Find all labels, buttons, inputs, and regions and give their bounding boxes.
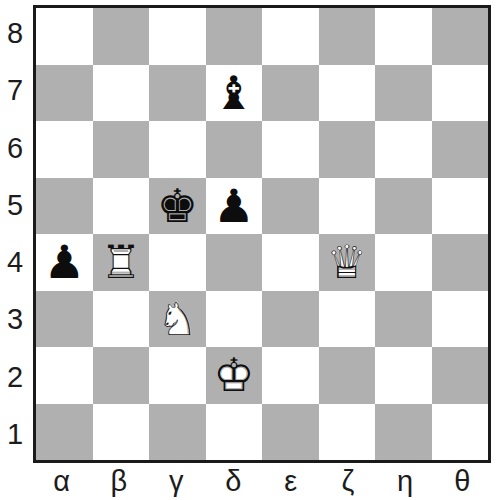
file-label-h: θ [434,463,491,498]
square-a5[interactable] [36,178,93,235]
square-a6[interactable] [36,121,93,178]
square-a7[interactable] [36,65,93,122]
square-b3[interactable] [93,291,150,348]
square-h5[interactable] [432,178,489,235]
square-f1[interactable] [319,404,376,461]
square-h2[interactable] [432,347,489,404]
chess-board: ♝♚♟♟♜♖♛♕♞♘♚♔ [33,5,491,463]
square-e1[interactable] [262,404,319,461]
square-f8[interactable] [319,8,376,65]
rank-labels: 87654321 [0,5,30,463]
square-d1[interactable] [206,404,263,461]
square-f4[interactable]: ♛♕ [319,234,376,291]
square-g3[interactable] [375,291,432,348]
square-b6[interactable] [93,121,150,178]
square-g4[interactable] [375,234,432,291]
square-e4[interactable] [262,234,319,291]
square-e5[interactable] [262,178,319,235]
piece-glyph: ♟ [208,180,260,232]
piece-glyph: ♟ [38,236,90,288]
square-e6[interactable] [262,121,319,178]
rank-label-2: 2 [0,349,30,406]
piece-black-pawn[interactable]: ♟ [38,236,90,288]
square-c2[interactable] [149,347,206,404]
piece-white-rook[interactable]: ♜♖ [95,236,147,288]
rank-label-1: 1 [0,406,30,463]
piece-white-queen[interactable]: ♛♕ [321,236,373,288]
rank-label-8: 8 [0,5,30,62]
piece-glyph: ♔ [208,349,260,401]
square-e2[interactable] [262,347,319,404]
square-a4[interactable]: ♟ [36,234,93,291]
square-b4[interactable]: ♜♖ [93,234,150,291]
square-b1[interactable] [93,404,150,461]
rank-label-3: 3 [0,291,30,348]
square-c7[interactable] [149,65,206,122]
square-f5[interactable] [319,178,376,235]
square-h1[interactable] [432,404,489,461]
square-f6[interactable] [319,121,376,178]
square-h3[interactable] [432,291,489,348]
square-e7[interactable] [262,65,319,122]
square-c8[interactable] [149,8,206,65]
square-h8[interactable] [432,8,489,65]
square-g8[interactable] [375,8,432,65]
square-d3[interactable] [206,291,263,348]
square-h4[interactable] [432,234,489,291]
square-d7[interactable]: ♝ [206,65,263,122]
rank-label-4: 4 [0,234,30,291]
square-c3[interactable]: ♞♘ [149,291,206,348]
file-label-d: δ [205,463,262,498]
square-g5[interactable] [375,178,432,235]
piece-glyph: ♘ [151,293,203,345]
square-f7[interactable] [319,65,376,122]
square-d5[interactable]: ♟ [206,178,263,235]
square-f3[interactable] [319,291,376,348]
square-f2[interactable] [319,347,376,404]
file-label-c: γ [148,463,205,498]
square-d6[interactable] [206,121,263,178]
square-b2[interactable] [93,347,150,404]
square-h7[interactable] [432,65,489,122]
file-label-f: ζ [319,463,376,498]
file-label-b: β [90,463,147,498]
square-e8[interactable] [262,8,319,65]
square-e3[interactable] [262,291,319,348]
piece-white-knight[interactable]: ♞♘ [151,293,203,345]
square-h6[interactable] [432,121,489,178]
square-g1[interactable] [375,404,432,461]
rank-label-5: 5 [0,177,30,234]
piece-black-pawn[interactable]: ♟ [208,180,260,232]
square-a8[interactable] [36,8,93,65]
square-d4[interactable] [206,234,263,291]
rank-label-7: 7 [0,62,30,119]
square-a3[interactable] [36,291,93,348]
square-c5[interactable]: ♚ [149,178,206,235]
file-labels: αβγδεζηθ [33,463,491,498]
square-g7[interactable] [375,65,432,122]
square-c6[interactable] [149,121,206,178]
file-label-g: η [377,463,434,498]
file-label-a: α [33,463,90,498]
piece-glyph: ♝ [208,67,260,119]
piece-glyph: ♚ [151,180,203,232]
piece-black-king[interactable]: ♚ [151,180,203,232]
square-g2[interactable] [375,347,432,404]
square-c1[interactable] [149,404,206,461]
square-g6[interactable] [375,121,432,178]
piece-glyph: ♖ [95,236,147,288]
square-d8[interactable] [206,8,263,65]
square-b5[interactable] [93,178,150,235]
piece-glyph: ♕ [321,236,373,288]
piece-black-bishop[interactable]: ♝ [208,67,260,119]
rank-label-6: 6 [0,120,30,177]
square-a1[interactable] [36,404,93,461]
square-b7[interactable] [93,65,150,122]
square-b8[interactable] [93,8,150,65]
chess-diagram: 87654321 ♝♚♟♟♜♖♛♕♞♘♚♔ αβγδεζηθ [0,0,500,500]
piece-white-king[interactable]: ♚♔ [208,349,260,401]
square-c4[interactable] [149,234,206,291]
square-d2[interactable]: ♚♔ [206,347,263,404]
square-a2[interactable] [36,347,93,404]
file-label-e: ε [262,463,319,498]
